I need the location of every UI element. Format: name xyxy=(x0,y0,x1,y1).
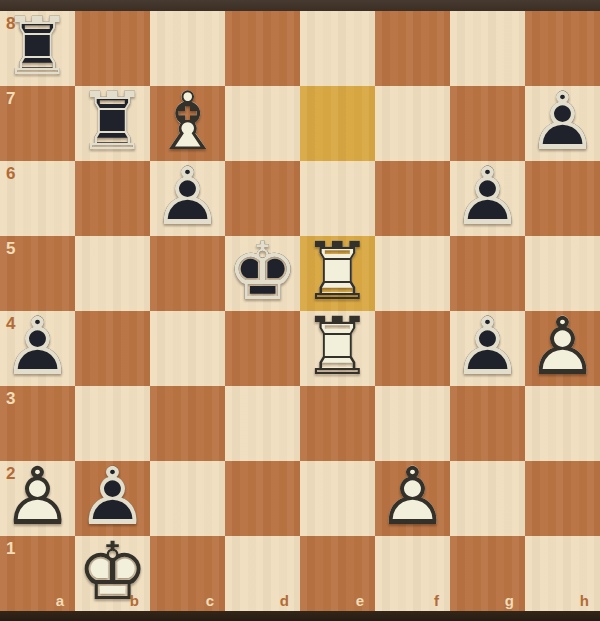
square-c3[interactable] xyxy=(150,386,225,461)
square-h2[interactable] xyxy=(525,461,600,536)
square-c4[interactable] xyxy=(150,311,225,386)
piece-black-king[interactable]: ♚♔ xyxy=(225,236,300,311)
square-d3[interactable] xyxy=(225,386,300,461)
piece-glyph-line: ♖ xyxy=(302,307,374,387)
piece-black-pawn[interactable]: ♟♙ xyxy=(525,86,600,161)
square-a8[interactable]: 8♜♖ xyxy=(0,11,75,86)
square-f7[interactable] xyxy=(375,86,450,161)
square-a4[interactable]: 4♟♙ xyxy=(0,311,75,386)
square-e7[interactable] xyxy=(300,86,375,161)
square-e2[interactable] xyxy=(300,461,375,536)
square-b6[interactable] xyxy=(75,161,150,236)
square-g8[interactable] xyxy=(450,11,525,86)
piece-black-rook[interactable]: ♜♖ xyxy=(75,86,150,161)
file-label-f: f xyxy=(434,593,439,608)
rank-label-7: 7 xyxy=(6,90,15,107)
square-g4[interactable]: ♟♙ xyxy=(450,311,525,386)
square-a7[interactable]: 7 xyxy=(0,86,75,161)
square-f6[interactable] xyxy=(375,161,450,236)
square-c1[interactable]: c xyxy=(150,536,225,611)
piece-glyph-line: ♙ xyxy=(152,157,224,237)
square-f1[interactable]: f xyxy=(375,536,450,611)
piece-glyph-line: ♔ xyxy=(227,232,299,312)
file-label-c: c xyxy=(206,593,214,608)
piece-black-pawn[interactable]: ♟♙ xyxy=(450,161,525,236)
square-e8[interactable] xyxy=(300,11,375,86)
rank-label-1: 1 xyxy=(6,540,15,557)
rank-label-8: 8 xyxy=(6,15,15,32)
piece-white-pawn[interactable]: ♟♙ xyxy=(525,311,600,386)
file-label-a: a xyxy=(56,593,64,608)
square-d2[interactable] xyxy=(225,461,300,536)
piece-white-rook[interactable]: ♜♖ xyxy=(300,311,375,386)
square-e1[interactable]: e xyxy=(300,536,375,611)
square-d7[interactable] xyxy=(225,86,300,161)
piece-glyph-line: ♙ xyxy=(527,82,599,162)
rank-label-6: 6 xyxy=(6,165,15,182)
square-g6[interactable]: ♟♙ xyxy=(450,161,525,236)
square-h1[interactable]: h xyxy=(525,536,600,611)
square-b1[interactable]: b♚♔ xyxy=(75,536,150,611)
square-g3[interactable] xyxy=(450,386,525,461)
file-label-b: b xyxy=(130,593,139,608)
file-label-d: d xyxy=(280,593,289,608)
piece-glyph-line: ♙ xyxy=(452,307,524,387)
square-a6[interactable]: 6 xyxy=(0,161,75,236)
file-label-g: g xyxy=(505,593,514,608)
square-e3[interactable] xyxy=(300,386,375,461)
square-g1[interactable]: g xyxy=(450,536,525,611)
rank-label-4: 4 xyxy=(6,315,15,332)
square-f2[interactable]: ♟♙ xyxy=(375,461,450,536)
square-a2[interactable]: 2♟♙ xyxy=(0,461,75,536)
square-h4[interactable]: ♟♙ xyxy=(525,311,600,386)
piece-white-pawn[interactable]: ♟♙ xyxy=(375,461,450,536)
piece-black-pawn[interactable]: ♟♙ xyxy=(150,161,225,236)
square-e4[interactable]: ♜♖ xyxy=(300,311,375,386)
square-g2[interactable] xyxy=(450,461,525,536)
square-f4[interactable] xyxy=(375,311,450,386)
square-h6[interactable] xyxy=(525,161,600,236)
square-b7[interactable]: ♜♖ xyxy=(75,86,150,161)
chess-board: 8♜♖7♜♖♝♗♟♙6♟♙♟♙5♚♔♜♖4♟♙♜♖♟♙♟♙32♟♙♟♙♟♙1ab… xyxy=(0,11,600,611)
square-d1[interactable]: d xyxy=(225,536,300,611)
square-c6[interactable]: ♟♙ xyxy=(150,161,225,236)
chess-app: 8♜♖7♜♖♝♗♟♙6♟♙♟♙5♚♔♜♖4♟♙♜♖♟♙♟♙32♟♙♟♙♟♙1ab… xyxy=(0,0,600,621)
rank-label-2: 2 xyxy=(6,465,15,482)
square-f5[interactable] xyxy=(375,236,450,311)
square-f8[interactable] xyxy=(375,11,450,86)
square-d8[interactable] xyxy=(225,11,300,86)
file-label-e: e xyxy=(356,593,364,608)
rank-label-3: 3 xyxy=(6,390,15,407)
top-bar xyxy=(0,0,600,11)
file-label-h: h xyxy=(580,593,589,608)
piece-glyph-line: ♙ xyxy=(377,457,449,537)
square-d4[interactable] xyxy=(225,311,300,386)
piece-glyph-line: ♙ xyxy=(452,157,524,237)
square-c2[interactable] xyxy=(150,461,225,536)
square-h3[interactable] xyxy=(525,386,600,461)
square-b4[interactable] xyxy=(75,311,150,386)
square-h7[interactable]: ♟♙ xyxy=(525,86,600,161)
piece-glyph-line: ♖ xyxy=(77,82,149,162)
square-b5[interactable] xyxy=(75,236,150,311)
piece-glyph-line: ♙ xyxy=(527,307,599,387)
piece-black-pawn[interactable]: ♟♙ xyxy=(450,311,525,386)
rank-label-5: 5 xyxy=(6,240,15,257)
square-a1[interactable]: 1a xyxy=(0,536,75,611)
square-c5[interactable] xyxy=(150,236,225,311)
square-d5[interactable]: ♚♔ xyxy=(225,236,300,311)
